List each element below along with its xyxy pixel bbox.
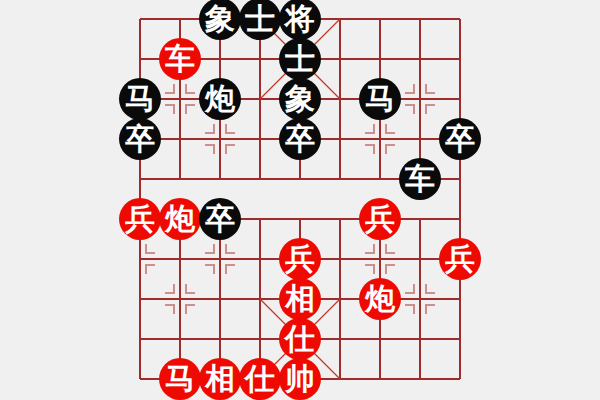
- piece-black-chariot[interactable]: 车: [399, 158, 441, 200]
- piece-black-horse[interactable]: 马: [359, 78, 401, 120]
- piece-black-pawn[interactable]: 卒: [279, 118, 321, 160]
- piece-red-pawn[interactable]: 兵: [359, 198, 401, 240]
- piece-black-horse[interactable]: 马: [119, 78, 161, 120]
- piece-red-cannon[interactable]: 炮: [159, 198, 201, 240]
- piece-black-pawn[interactable]: 卒: [199, 198, 241, 240]
- piece-red-elephant[interactable]: 相: [199, 358, 241, 400]
- piece-red-chariot[interactable]: 车: [159, 38, 201, 80]
- piece-red-general[interactable]: 帅: [279, 358, 321, 400]
- piece-black-general[interactable]: 将: [279, 0, 321, 40]
- piece-black-cannon[interactable]: 炮: [199, 78, 241, 120]
- piece-black-elephant[interactable]: 象: [279, 78, 321, 120]
- piece-red-pawn[interactable]: 兵: [279, 238, 321, 280]
- piece-black-advisor[interactable]: 士: [279, 38, 321, 80]
- xiangqi-board: 象士将车士马炮象马卒卒卒车兵炮卒兵兵兵相炮仕马相仕帅: [0, 0, 600, 400]
- piece-black-pawn[interactable]: 卒: [439, 118, 481, 160]
- piece-black-elephant[interactable]: 象: [199, 0, 241, 40]
- board-pieces-layer: 象士将车士马炮象马卒卒卒车兵炮卒兵兵兵相炮仕马相仕帅: [120, 0, 480, 399]
- piece-black-advisor[interactable]: 士: [239, 0, 281, 40]
- piece-red-advisor[interactable]: 仕: [239, 358, 281, 400]
- piece-red-pawn[interactable]: 兵: [119, 198, 161, 240]
- piece-red-pawn[interactable]: 兵: [439, 238, 481, 280]
- piece-red-advisor[interactable]: 仕: [279, 318, 321, 360]
- piece-red-cannon[interactable]: 炮: [359, 278, 401, 320]
- piece-red-elephant[interactable]: 相: [279, 278, 321, 320]
- piece-black-pawn[interactable]: 卒: [119, 118, 161, 160]
- piece-red-horse[interactable]: 马: [159, 358, 201, 400]
